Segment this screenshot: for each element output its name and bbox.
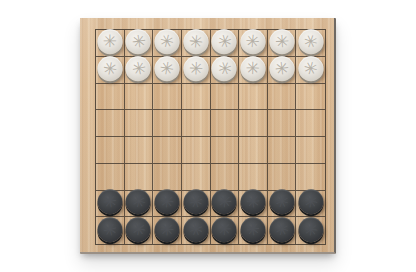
asterisk-icon: ✳: [103, 33, 117, 50]
asterisk-icon: ✳: [99, 191, 121, 213]
white-piece[interactable]: ✳: [212, 56, 237, 81]
board-cell[interactable]: ✳: [125, 217, 154, 244]
white-piece[interactable]: ✳: [126, 29, 151, 54]
board-cell[interactable]: [268, 110, 297, 137]
game-board: ✳✳✳✳✳✳✳✳✳✳✳✳✳✳✳✳✳✳✳✳✳✳✳✳✳✳✳✳✳✳✳✳: [80, 18, 336, 254]
board-cell[interactable]: ✳: [182, 191, 211, 218]
board-cell[interactable]: [268, 84, 297, 111]
board-cell[interactable]: [296, 164, 325, 191]
product-photo-background: ✳✳✳✳✳✳✳✳✳✳✳✳✳✳✳✳✳✳✳✳✳✳✳✳✳✳✳✳✳✳✳✳: [0, 0, 416, 272]
asterisk-icon: ✳: [245, 33, 261, 51]
board-cell[interactable]: [239, 137, 268, 164]
board-cell[interactable]: [153, 84, 182, 111]
board-cell[interactable]: [296, 84, 325, 111]
asterisk-icon: ✳: [158, 32, 176, 52]
asterisk-icon: ✳: [217, 193, 232, 211]
board-cell[interactable]: ✳: [96, 30, 125, 57]
board-cell[interactable]: ✳: [96, 191, 125, 218]
board-cell[interactable]: ✳: [211, 191, 240, 218]
asterisk-icon: ✳: [130, 192, 148, 212]
black-piece[interactable]: ✳: [298, 190, 323, 215]
board-cell[interactable]: ✳: [296, 217, 325, 244]
board-cell[interactable]: ✳: [153, 57, 182, 84]
asterisk-icon: ✳: [246, 60, 261, 77]
white-piece[interactable]: ✳: [183, 56, 208, 81]
white-piece[interactable]: ✳: [298, 29, 323, 54]
black-piece[interactable]: ✳: [269, 190, 294, 215]
board-cell[interactable]: [153, 137, 182, 164]
board-cell[interactable]: ✳: [182, 30, 211, 57]
asterisk-icon: ✳: [271, 57, 293, 79]
white-piece[interactable]: ✳: [269, 56, 294, 81]
black-piece[interactable]: ✳: [155, 190, 180, 215]
board-cell[interactable]: ✳: [96, 57, 125, 84]
black-piece[interactable]: ✳: [183, 217, 208, 242]
board-cell[interactable]: [182, 110, 211, 137]
asterisk-icon: ✳: [185, 31, 207, 53]
white-piece[interactable]: ✳: [97, 56, 122, 81]
black-piece[interactable]: ✳: [212, 217, 237, 242]
white-piece[interactable]: ✳: [240, 56, 265, 81]
board-cell[interactable]: [239, 164, 268, 191]
board-cell[interactable]: ✳: [268, 191, 297, 218]
asterisk-icon: ✳: [130, 220, 147, 239]
board-cell[interactable]: [182, 84, 211, 111]
asterisk-icon: ✳: [301, 31, 320, 52]
board-cell[interactable]: ✳: [296, 30, 325, 57]
asterisk-icon: ✳: [300, 218, 322, 240]
asterisk-icon: ✳: [242, 191, 264, 213]
board-cell[interactable]: ✳: [239, 57, 268, 84]
board-cell[interactable]: [153, 164, 182, 191]
board-cell[interactable]: [182, 137, 211, 164]
asterisk-icon: ✳: [99, 218, 120, 240]
board-cell[interactable]: [268, 164, 297, 191]
asterisk-icon: ✳: [128, 57, 149, 79]
board-cell[interactable]: ✳: [211, 217, 240, 244]
board-cell[interactable]: ✳: [153, 191, 182, 218]
asterisk-icon: ✳: [156, 218, 178, 240]
board-cell[interactable]: [96, 164, 125, 191]
board-cell[interactable]: ✳: [125, 30, 154, 57]
white-piece[interactable]: ✳: [240, 29, 265, 54]
board-cell[interactable]: ✳: [239, 191, 268, 218]
black-piece[interactable]: ✳: [97, 190, 122, 215]
board-cell[interactable]: [296, 137, 325, 164]
asterisk-icon: ✳: [214, 31, 235, 53]
asterisk-icon: ✳: [159, 59, 176, 78]
board-cell[interactable]: ✳: [153, 30, 182, 57]
board-cell[interactable]: ✳: [153, 217, 182, 244]
asterisk-icon: ✳: [156, 191, 178, 213]
black-piece[interactable]: ✳: [126, 190, 151, 215]
board-cell[interactable]: ✳: [239, 217, 268, 244]
asterisk-icon: ✳: [99, 58, 121, 79]
board-cell[interactable]: [96, 110, 125, 137]
asterisk-icon: ✳: [271, 31, 293, 53]
asterisk-icon: ✳: [302, 58, 320, 78]
board-cell[interactable]: [211, 137, 240, 164]
black-piece[interactable]: ✳: [155, 217, 180, 242]
board-cell[interactable]: [153, 110, 182, 137]
board-cell[interactable]: [96, 84, 125, 111]
white-piece[interactable]: ✳: [298, 56, 323, 81]
board-cell[interactable]: [239, 110, 268, 137]
board-cell[interactable]: [211, 84, 240, 111]
board-cell[interactable]: ✳: [182, 217, 211, 244]
white-piece[interactable]: ✳: [97, 29, 122, 54]
asterisk-icon: ✳: [272, 192, 291, 213]
asterisk-icon: ✳: [273, 219, 291, 239]
black-piece[interactable]: ✳: [212, 190, 237, 215]
board-cell[interactable]: ✳: [268, 217, 297, 244]
board-cell[interactable]: ✳: [125, 191, 154, 218]
asterisk-icon: ✳: [185, 57, 207, 79]
board-cell[interactable]: ✳: [296, 57, 325, 84]
board-cell[interactable]: [211, 110, 240, 137]
white-piece[interactable]: ✳: [126, 56, 151, 81]
asterisk-icon: ✳: [186, 219, 206, 240]
white-piece[interactable]: ✳: [155, 56, 180, 81]
black-piece[interactable]: ✳: [183, 190, 208, 215]
board-cell[interactable]: ✳: [268, 30, 297, 57]
white-piece[interactable]: ✳: [183, 29, 208, 54]
board-cell[interactable]: [125, 84, 154, 111]
white-piece[interactable]: ✳: [212, 29, 237, 54]
board-cell[interactable]: ✳: [211, 30, 240, 57]
board-cell[interactable]: [96, 137, 125, 164]
board-cell[interactable]: ✳: [125, 57, 154, 84]
board-cell[interactable]: [239, 84, 268, 111]
asterisk-icon: ✳: [300, 191, 322, 212]
asterisk-icon: ✳: [214, 58, 234, 79]
black-piece[interactable]: ✳: [269, 217, 294, 242]
asterisk-icon: ✳: [128, 31, 150, 53]
board-cell[interactable]: ✳: [182, 57, 211, 84]
board-cell[interactable]: [268, 137, 297, 164]
white-piece[interactable]: ✳: [155, 29, 180, 54]
black-piece[interactable]: ✳: [240, 217, 265, 242]
board-cell[interactable]: [125, 110, 154, 137]
white-piece[interactable]: ✳: [269, 29, 294, 54]
black-piece[interactable]: ✳: [240, 190, 265, 215]
asterisk-icon: ✳: [242, 218, 264, 240]
board-cell[interactable]: ✳: [96, 217, 125, 244]
board-cell[interactable]: [125, 164, 154, 191]
board-cell[interactable]: [182, 164, 211, 191]
board-cell[interactable]: ✳: [239, 30, 268, 57]
black-piece[interactable]: ✳: [298, 217, 323, 242]
board-grid: ✳✳✳✳✳✳✳✳✳✳✳✳✳✳✳✳✳✳✳✳✳✳✳✳✳✳✳✳✳✳✳✳: [95, 29, 326, 245]
black-piece[interactable]: ✳: [126, 217, 151, 242]
board-cell[interactable]: [125, 137, 154, 164]
board-cell[interactable]: [296, 110, 325, 137]
asterisk-icon: ✳: [217, 221, 231, 238]
board-cell[interactable]: ✳: [268, 57, 297, 84]
black-piece[interactable]: ✳: [97, 217, 122, 242]
board-cell[interactable]: ✳: [211, 57, 240, 84]
board-cell[interactable]: ✳: [296, 191, 325, 218]
asterisk-icon: ✳: [185, 191, 205, 213]
board-cell[interactable]: [211, 164, 240, 191]
